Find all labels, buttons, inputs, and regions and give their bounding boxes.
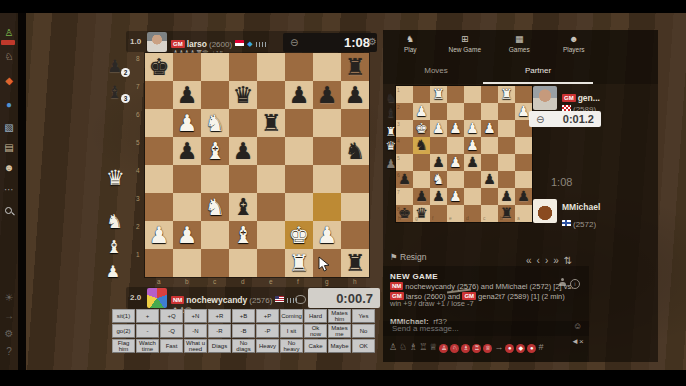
square-a8[interactable]: ♚ — [145, 53, 173, 81]
square-c4[interactable] — [481, 137, 498, 154]
square-e4[interactable] — [257, 165, 285, 193]
resign-button[interactable]: ⚑ Resign — [390, 252, 426, 262]
partner-rank-label-6: 6 — [397, 172, 400, 178]
white-♝-piece: ♝ — [201, 137, 229, 165]
red-extra-icon[interactable]: ● — [505, 344, 514, 353]
square-a7[interactable] — [145, 81, 173, 109]
square-b5[interactable]: ♟ — [173, 137, 201, 165]
dock-divider — [18, 13, 26, 371]
square-f5[interactable]: ♟ — [430, 154, 447, 171]
black-♜-piece: ♜ — [341, 53, 369, 81]
croatia-flag-icon — [562, 105, 571, 111]
new-game-text: nochewycandy (2576) and MMichael (2572) … — [405, 282, 573, 291]
square-d6[interactable] — [229, 109, 257, 137]
black-♟-piece: ♟ — [173, 137, 201, 165]
quickchat-+q[interactable]: +Q — [160, 309, 183, 323]
bottom-clock: 0:00.7 — [308, 288, 380, 308]
file-label-e: e — [269, 278, 273, 285]
square-d7[interactable] — [464, 188, 481, 205]
black-♟-piece: ♟ — [498, 188, 515, 205]
tab-label: Play — [383, 46, 438, 53]
play-icon: ♞ — [383, 33, 438, 45]
square-f4[interactable] — [285, 165, 313, 193]
quickchat-+r[interactable]: +R — [208, 309, 231, 323]
square-f3[interactable]: ♟ — [430, 120, 447, 137]
square-f4[interactable] — [430, 137, 447, 154]
quick-chat-grid: sit(1)++Q+N+R+B+PComingHardMates himYesg… — [112, 309, 375, 353]
player-name: nochewycandy — [186, 295, 247, 305]
red-piece-icon[interactable]: ♕ — [483, 344, 492, 353]
rank-label-2: 2 — [136, 223, 140, 230]
quickchat-+b[interactable]: +B — [232, 309, 255, 323]
black-♟-piece: ♟ — [430, 154, 447, 171]
hand-piece-P[interactable]: ♟ — [103, 262, 123, 281]
square-g6[interactable] — [313, 109, 341, 137]
partner-file-label-g: g — [415, 215, 418, 221]
square-a6[interactable] — [515, 171, 532, 188]
square-f8[interactable] — [285, 53, 313, 81]
black-♟-piece: ♟ — [173, 81, 201, 109]
flag-icon — [235, 40, 244, 46]
square-c8[interactable] — [201, 53, 229, 81]
black-♟-piece: ♟ — [413, 188, 430, 205]
partner-rank-label-1: 1 — [397, 87, 400, 93]
square-h8[interactable]: ♜ — [341, 53, 369, 81]
partner-rank-label-4: 4 — [397, 138, 400, 144]
square-b4[interactable] — [173, 165, 201, 193]
square-c3[interactable]: ♞ — [201, 193, 229, 221]
hand-piece-n[interactable]: ♞ — [383, 91, 399, 105]
quickchat-no-diags[interactable]: No diags — [232, 339, 255, 353]
black-♟-piece: ♟ — [481, 171, 498, 188]
quickchat-no-heavy[interactable]: No heavy — [280, 339, 303, 353]
hand-count-badge: 2 — [121, 68, 130, 77]
white-♟-piece: ♟ — [447, 154, 464, 171]
quickchat-cake[interactable]: Cake — [304, 339, 327, 353]
tab-label: Games — [492, 46, 547, 53]
partner-file-label-c: c — [483, 215, 486, 221]
square-d7[interactable]: ♛ — [229, 81, 257, 109]
square-e7[interactable] — [257, 81, 285, 109]
square-g2[interactable]: ♟ — [413, 103, 430, 120]
square-a1[interactable] — [515, 86, 532, 103]
square-e1[interactable] — [257, 249, 285, 277]
square-b4[interactable] — [498, 137, 515, 154]
message-input[interactable] — [390, 323, 544, 334]
square-e4[interactable] — [447, 137, 464, 154]
avatar[interactable] — [533, 199, 557, 223]
quickchat--p[interactable]: -P — [256, 324, 279, 338]
hand-count-badge: 3 — [121, 94, 130, 103]
square-c4[interactable] — [201, 165, 229, 193]
dock-icon-knight[interactable]: ♘ — [2, 50, 16, 64]
red-piece-icon[interactable]: ♗ — [461, 344, 470, 353]
black-♟-piece: ♟ — [313, 81, 341, 109]
square-f3[interactable] — [285, 193, 313, 221]
hash-icon[interactable]: # — [538, 342, 543, 352]
dock-icon-search[interactable] — [2, 204, 16, 218]
square-a5[interactable] — [515, 154, 532, 171]
mute-speaker-icon[interactable]: ◄× — [571, 337, 584, 346]
gray-piece-icon[interactable]: ♙ — [389, 342, 397, 352]
white-♟-piece: ♟ — [145, 221, 173, 249]
dock-icon-collapse[interactable]: → — [2, 309, 16, 323]
square-b3[interactable] — [173, 193, 201, 221]
square-d5[interactable]: ♟ — [464, 154, 481, 171]
square-g5[interactable] — [413, 154, 430, 171]
quickchat-flag-him[interactable]: Flag him — [112, 339, 135, 353]
quickchat-no[interactable]: No — [352, 324, 375, 338]
square-c2[interactable] — [201, 221, 229, 249]
dock-icon-friends[interactable]: ☻ — [2, 161, 16, 175]
partner-bottom-clock-time: 1:08 — [551, 176, 572, 188]
square-b7[interactable]: ♟ — [498, 188, 515, 205]
square-c7[interactable] — [201, 81, 229, 109]
games-icon: ▦ — [492, 33, 547, 45]
quickchat--[interactable]: - — [136, 324, 159, 338]
partner-file-label-a: a — [517, 215, 520, 221]
square-e7[interactable]: ♟ — [447, 188, 464, 205]
quickchat--b[interactable]: -B — [232, 324, 255, 338]
quickchat-ok-now[interactable]: Ok now — [304, 324, 327, 338]
square-c6[interactable]: ♞ — [201, 109, 229, 137]
square-h4[interactable] — [341, 165, 369, 193]
bughouse-app: ♙♘◆●▧▤☻⋯☀→⚙? 1.0 GMlarso(2600)◆ ♟♟♟♟ ♜ ♛… — [0, 0, 686, 386]
square-g2[interactable]: ♟ — [313, 221, 341, 249]
square-h7[interactable]: ♟ — [341, 81, 369, 109]
dock-icon-settings[interactable]: ⚙ — [2, 327, 16, 341]
white-♜-piece: ♜ — [498, 86, 515, 103]
square-g7[interactable]: ♟ — [313, 81, 341, 109]
square-d3[interactable]: ♟ — [464, 120, 481, 137]
bottom-clock-time: 0:00.7 — [336, 291, 373, 306]
quickchat-maybe[interactable]: Maybe — [328, 339, 351, 353]
avatar[interactable] — [147, 288, 167, 308]
top-clock: ⊖ 1:08 — [283, 33, 377, 52]
square-a4[interactable] — [145, 165, 173, 193]
white-♟-piece: ♟ — [464, 137, 481, 154]
dock-icon-help[interactable]: ? — [2, 345, 16, 359]
square-f1[interactable]: ♜ — [430, 86, 447, 103]
quickchat-yes[interactable]: Yes — [352, 309, 375, 323]
new-game-title: NEW GAME — [390, 272, 438, 281]
square-d8[interactable] — [229, 53, 257, 81]
square-e5[interactable] — [257, 137, 285, 165]
black-♚-piece: ♚ — [145, 53, 173, 81]
red-extra-icon[interactable]: ◆ — [516, 344, 525, 353]
square-c5[interactable] — [481, 154, 498, 171]
quickchat-watch-time[interactable]: Watch time — [136, 339, 159, 353]
square-c5[interactable]: ♝ — [201, 137, 229, 165]
finland-flag-icon — [562, 220, 571, 226]
gray-piece-icon[interactable]: ♘ — [399, 342, 407, 352]
black-♟-piece: ♟ — [464, 154, 481, 171]
quickchat-+n[interactable]: +N — [184, 309, 207, 323]
white-♟-piece: ♟ — [447, 188, 464, 205]
player-rating: (2576) — [249, 296, 272, 305]
square-a7[interactable]: ♟ — [515, 188, 532, 205]
chat-bubble-icon[interactable] — [295, 295, 306, 304]
tab-label: Players — [547, 46, 602, 53]
nav-forward-button[interactable]: › — [545, 255, 548, 266]
square-d4[interactable] — [229, 165, 257, 193]
hand-piece-Q[interactable]: ♛ — [103, 166, 128, 190]
quickchat-i-sit[interactable]: I sit — [280, 324, 303, 338]
quickchat-what-u-need[interactable]: What u need — [184, 339, 207, 353]
white-♟-piece: ♟ — [430, 120, 447, 137]
hand-piece-b[interactable]: ♝3 — [104, 82, 125, 103]
square-c3[interactable]: ♟ — [481, 120, 498, 137]
square-c1[interactable] — [201, 249, 229, 277]
file-label-h: h — [353, 278, 357, 285]
square-e5[interactable]: ♟ — [447, 154, 464, 171]
square-f7[interactable]: ♟ — [285, 81, 313, 109]
square-b8[interactable] — [173, 53, 201, 81]
dock-icon-news[interactable]: ▤ — [2, 141, 16, 155]
square-e1[interactable] — [447, 86, 464, 103]
clock-icon: ⊖ — [536, 114, 544, 125]
square-d2[interactable]: ♝ — [229, 221, 257, 249]
white-♜-piece: ♜ — [285, 249, 313, 277]
square-f2[interactable]: ♚ — [285, 221, 313, 249]
quickchat-+[interactable]: + — [136, 309, 159, 323]
square-b6[interactable] — [498, 171, 515, 188]
piece-shortcut-row: ♙♘♗♖♕♙♘♗♖♕→●◆●# — [389, 336, 545, 354]
white-♞-piece: ♞ — [430, 171, 447, 188]
white-♚-piece: ♚ — [413, 120, 430, 137]
square-d5[interactable]: ♟ — [229, 137, 257, 165]
red-piece-icon[interactable]: ♙ — [439, 344, 448, 353]
quickchat-+p[interactable]: +P — [256, 309, 279, 323]
black-♟-piece: ♟ — [285, 81, 313, 109]
square-e3[interactable] — [257, 193, 285, 221]
clock-icon: ⊖ — [290, 37, 298, 48]
square-h6[interactable] — [341, 109, 369, 137]
white-♟-piece: ♟ — [464, 120, 481, 137]
square-a5[interactable] — [145, 137, 173, 165]
partner-rank-label-3: 3 — [397, 121, 400, 127]
quickchat-go-2-[interactable]: go(2) — [112, 324, 135, 338]
quickchat-sit-1-[interactable]: sit(1) — [112, 309, 135, 323]
avatar[interactable] — [533, 86, 557, 110]
connection-bars-icon — [256, 42, 266, 47]
rank-label-4: 4 — [136, 167, 140, 174]
square-e6[interactable] — [447, 171, 464, 188]
file-label-f: f — [297, 278, 299, 285]
quickchat-mates-me[interactable]: Mates me — [328, 324, 351, 338]
black-♟-piece: ♟ — [430, 188, 447, 205]
square-g3[interactable]: ♚ — [413, 120, 430, 137]
square-g5[interactable] — [313, 137, 341, 165]
red-extra-icon[interactable]: ● — [527, 344, 536, 353]
rank-label-6: 6 — [136, 111, 140, 118]
square-b6[interactable]: ♟ — [173, 109, 201, 137]
square-a2[interactable]: ♟ — [145, 221, 173, 249]
square-d6[interactable] — [464, 171, 481, 188]
dock-icon-brightness[interactable]: ☀ — [2, 291, 16, 305]
black-♜-piece: ♜ — [341, 249, 369, 277]
letterbox-top — [0, 0, 686, 13]
square-d1[interactable] — [229, 249, 257, 277]
quickchat--n[interactable]: -N — [184, 324, 207, 338]
square-d4[interactable]: ♟ — [464, 137, 481, 154]
nav-first-button[interactable]: « — [526, 255, 532, 266]
diamond-membership-icon: ◆ — [247, 40, 252, 47]
white-♜-piece: ♜ — [430, 86, 447, 103]
quickchat-mates-him[interactable]: Mates him — [328, 309, 351, 323]
rank-label-5: 5 — [136, 139, 140, 146]
title-badge: NM — [390, 282, 403, 290]
square-c1[interactable] — [481, 86, 498, 103]
partner-file-label-f: f — [432, 215, 433, 221]
file-label-a: a — [157, 278, 161, 285]
square-b3[interactable] — [498, 120, 515, 137]
partner-top-clock-time: 0:01.2 — [563, 113, 594, 125]
square-e6[interactable]: ♜ — [257, 109, 285, 137]
tab-partner[interactable]: Partner — [483, 64, 593, 84]
black-♝-piece: ♝ — [229, 193, 257, 221]
red-piece-icon[interactable]: ♖ — [472, 344, 481, 353]
quickchat--r[interactable]: -R — [208, 324, 231, 338]
white-♟-piece: ♟ — [413, 103, 430, 120]
square-h1[interactable]: ♜ — [341, 249, 369, 277]
dock-red-badge — [1, 40, 15, 45]
partner-board: ♜♜♟♟♚♟♟♟♟♞♟♟♟♟♟♞♟♟♟♟♟♟♚♛♜ — [396, 86, 532, 222]
partner-rank-label-5: 5 — [397, 155, 400, 161]
white-♟-piece: ♟ — [173, 109, 201, 137]
tab-new-game[interactable]: ⊞New Game — [438, 33, 493, 53]
square-b2[interactable] — [498, 103, 515, 120]
square-c7[interactable] — [481, 188, 498, 205]
hand-piece-R[interactable]: ♜ — [383, 125, 399, 139]
square-e3[interactable]: ♟ — [447, 120, 464, 137]
arrow-icon[interactable]: → — [494, 342, 503, 352]
square-f6[interactable] — [285, 109, 313, 137]
quickchat--q[interactable]: -Q — [160, 324, 183, 338]
partner-file-label-h: h — [398, 215, 401, 221]
dock-icon-social[interactable]: ▧ — [2, 121, 16, 135]
white-♚-piece: ♚ — [285, 221, 313, 249]
gray-piece-icon[interactable]: ♗ — [409, 342, 417, 352]
quickchat-ok[interactable]: OK — [352, 339, 375, 353]
square-d2[interactable] — [464, 103, 481, 120]
black-♟-piece: ♟ — [229, 137, 257, 165]
quickchat-diags[interactable]: Diags — [208, 339, 231, 353]
square-f6[interactable]: ♞ — [430, 171, 447, 188]
square-g4[interactable] — [313, 165, 341, 193]
nav-last-button[interactable]: » — [553, 255, 559, 266]
square-h2[interactable] — [341, 221, 369, 249]
square-e8[interactable] — [257, 53, 285, 81]
square-f2[interactable] — [430, 103, 447, 120]
black-♟-piece: ♟ — [515, 188, 532, 205]
rank-label-3: 3 — [136, 195, 140, 202]
quickchat-fast[interactable]: Fast — [160, 339, 183, 353]
square-c2[interactable] — [481, 103, 498, 120]
hand-piece-p[interactable]: ♟2 — [104, 56, 125, 77]
square-a6[interactable] — [145, 109, 173, 137]
square-b1[interactable] — [173, 249, 201, 277]
square-h3[interactable] — [341, 193, 369, 221]
quickchat-heavy[interactable]: Heavy — [256, 339, 279, 353]
smiley-icon[interactable]: ☺ — [573, 321, 582, 331]
square-g4[interactable]: ♞ — [413, 137, 430, 154]
quickchat-hard[interactable]: Hard — [304, 309, 327, 323]
square-b1[interactable]: ♜ — [498, 86, 515, 103]
black-♟-piece: ♟ — [341, 81, 369, 109]
square-b5[interactable] — [498, 154, 515, 171]
square-a1[interactable] — [145, 249, 173, 277]
nav-back-button[interactable]: ‹ — [537, 255, 540, 266]
square-g6[interactable] — [413, 171, 430, 188]
tab-games[interactable]: ▦Games — [492, 33, 547, 53]
square-f7[interactable]: ♟ — [430, 188, 447, 205]
square-g8[interactable] — [313, 53, 341, 81]
avatar[interactable] — [147, 32, 167, 52]
black-♞-piece: ♞ — [413, 137, 430, 154]
partner-file-label-d: d — [466, 215, 469, 221]
square-d1[interactable] — [464, 86, 481, 103]
hand-piece-B[interactable]: ♝ — [103, 236, 125, 258]
square-g3[interactable] — [313, 193, 341, 221]
partner-file-label-b: b — [500, 215, 503, 221]
flip-board-button[interactable]: ⇅ — [564, 255, 572, 266]
file-label-d: d — [241, 278, 245, 285]
white-♟-piece: ♟ — [313, 221, 341, 249]
square-g7[interactable]: ♟ — [413, 188, 430, 205]
square-a3[interactable] — [145, 193, 173, 221]
square-e2[interactable] — [447, 103, 464, 120]
white-♞-piece: ♞ — [201, 109, 229, 137]
main-board: ♚♜♟♛♟♟♟♟♞♜♟♝♟♞♞♝♟♟♝♚♟♜♜ — [145, 53, 369, 277]
gear-icon[interactable]: ⚙ — [368, 36, 377, 47]
square-f5[interactable] — [285, 137, 313, 165]
mouse-cursor — [318, 256, 330, 272]
white-♟-piece: ♟ — [481, 120, 498, 137]
dock-icon-more[interactable]: ⋯ — [2, 183, 16, 197]
us-flag-icon — [275, 296, 284, 302]
square-h5[interactable]: ♞ — [341, 137, 369, 165]
square-b7[interactable]: ♟ — [173, 81, 201, 109]
white-♞-piece: ♞ — [201, 193, 229, 221]
hand-piece-N[interactable]: ♞ — [103, 210, 126, 233]
square-f1[interactable]: ♜ — [285, 249, 313, 277]
right-panel: ♞Play⊞New Game▦Games☻Players Moves Partn… — [383, 30, 658, 362]
dock-icon-globe[interactable]: ● — [2, 98, 16, 112]
gray-piece-icon[interactable]: ♕ — [429, 342, 437, 352]
square-a4[interactable] — [515, 137, 532, 154]
square-e2[interactable] — [257, 221, 285, 249]
partner-top-clock: ⊖ 0:01.2 — [529, 111, 601, 127]
bottom-match-score: 2.0 — [130, 293, 141, 302]
dock-icon-play[interactable]: ♙ — [2, 26, 16, 40]
tab-players[interactable]: ☻Players — [547, 33, 602, 53]
tab-play[interactable]: ♞Play — [383, 33, 438, 53]
square-b2[interactable]: ♟ — [173, 221, 201, 249]
gray-piece-icon[interactable]: ♖ — [419, 342, 427, 352]
square-d3[interactable]: ♝ — [229, 193, 257, 221]
square-c6[interactable]: ♟ — [481, 171, 498, 188]
square-g1[interactable] — [413, 86, 430, 103]
red-piece-icon[interactable]: ♘ — [450, 344, 459, 353]
new-game-stakes: win +9 / draw +1 / lose -7 — [390, 300, 474, 309]
file-label-b: b — [185, 278, 189, 285]
dock-icon-fire[interactable]: ◆ — [2, 74, 16, 88]
rank-label-8: 8 — [136, 55, 140, 62]
tab-moves[interactable]: Moves — [391, 64, 481, 82]
rank-label-1: 1 — [136, 251, 140, 258]
quickchat-coming[interactable]: Coming — [280, 309, 303, 323]
